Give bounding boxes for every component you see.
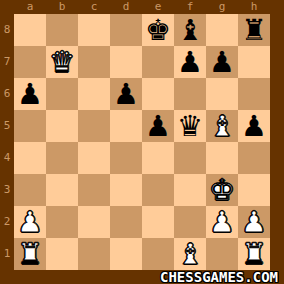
square-b1[interactable] [46,238,78,270]
square-e2[interactable] [142,206,174,238]
square-f6[interactable] [174,78,206,110]
square-f2[interactable] [174,206,206,238]
square-b6[interactable] [46,78,78,110]
square-f3[interactable] [174,174,206,206]
piece-black-pawn: ♟ [110,78,142,110]
rank-label-3: 3 [0,174,14,206]
rank-label-7: 7 [0,46,14,78]
square-d5[interactable] [110,110,142,142]
square-c3[interactable] [78,174,110,206]
piece-white-rook: ♜ [238,238,270,270]
square-c6[interactable] [78,78,110,110]
square-e6[interactable] [142,78,174,110]
rank-labels: 87654321 [0,14,14,270]
square-h5[interactable]: ♟ [238,110,270,142]
square-d6[interactable]: ♟ [110,78,142,110]
square-h7[interactable] [238,46,270,78]
square-g6[interactable] [206,78,238,110]
square-f5[interactable]: ♛ [174,110,206,142]
square-e1[interactable] [142,238,174,270]
piece-black-pawn: ♟ [238,110,270,142]
square-h1[interactable]: ♜ [238,238,270,270]
square-a1[interactable]: ♜ [14,238,46,270]
square-b3[interactable] [46,174,78,206]
square-b7[interactable]: ♛ [46,46,78,78]
rank-label-1: 1 [0,238,14,270]
piece-white-bishop: ♝ [206,110,238,142]
square-d3[interactable] [110,174,142,206]
square-h2[interactable]: ♟ [238,206,270,238]
square-e7[interactable] [142,46,174,78]
square-b5[interactable] [46,110,78,142]
square-c8[interactable] [78,14,110,46]
square-g8[interactable] [206,14,238,46]
square-g3[interactable]: ♚ [206,174,238,206]
square-c2[interactable] [78,206,110,238]
file-label-a: a [14,0,46,14]
square-f7[interactable]: ♟ [174,46,206,78]
square-a6[interactable]: ♟ [14,78,46,110]
file-labels: abcdefgh [14,0,270,14]
square-a7[interactable] [14,46,46,78]
piece-white-pawn: ♟ [238,206,270,238]
piece-white-pawn: ♟ [14,206,46,238]
square-d4[interactable] [110,142,142,174]
square-a2[interactable]: ♟ [14,206,46,238]
square-h3[interactable] [238,174,270,206]
piece-white-bishop: ♝ [174,238,206,270]
piece-black-rook: ♜ [238,14,270,46]
square-g1[interactable] [206,238,238,270]
file-label-b: b [46,0,78,14]
square-e4[interactable] [142,142,174,174]
rank-label-5: 5 [0,110,14,142]
square-b2[interactable] [46,206,78,238]
rank-label-6: 6 [0,78,14,110]
square-b4[interactable] [46,142,78,174]
square-h4[interactable] [238,142,270,174]
square-c7[interactable] [78,46,110,78]
square-g4[interactable] [206,142,238,174]
file-label-h: h [238,0,270,14]
square-h6[interactable] [238,78,270,110]
square-c5[interactable] [78,110,110,142]
square-a8[interactable] [14,14,46,46]
file-label-d: d [110,0,142,14]
piece-black-pawn: ♟ [14,78,46,110]
square-a4[interactable] [14,142,46,174]
piece-black-pawn: ♟ [206,46,238,78]
square-e8[interactable]: ♚ [142,14,174,46]
square-h8[interactable]: ♜ [238,14,270,46]
square-g2[interactable]: ♟ [206,206,238,238]
file-label-c: c [78,0,110,14]
square-c4[interactable] [78,142,110,174]
piece-black-bishop: ♝ [174,14,206,46]
rank-label-2: 2 [0,206,14,238]
square-g5[interactable]: ♝ [206,110,238,142]
square-e5[interactable]: ♟ [142,110,174,142]
piece-black-king: ♚ [142,14,174,46]
piece-white-pawn: ♟ [206,206,238,238]
piece-black-queen: ♛ [174,110,206,142]
square-a3[interactable] [14,174,46,206]
square-d8[interactable] [110,14,142,46]
square-e3[interactable] [142,174,174,206]
rank-label-4: 4 [0,142,14,174]
piece-black-pawn: ♟ [142,110,174,142]
square-g7[interactable]: ♟ [206,46,238,78]
chess-board: ♚♝♜♛♟♟♟♟♟♛♝♟♚♟♟♟♜♝♜ [14,14,270,270]
piece-white-king: ♚ [206,174,238,206]
square-b8[interactable] [46,14,78,46]
file-label-g: g [206,0,238,14]
file-label-e: e [142,0,174,14]
square-f8[interactable]: ♝ [174,14,206,46]
square-d2[interactable] [110,206,142,238]
file-label-f: f [174,0,206,14]
square-a5[interactable] [14,110,46,142]
square-c1[interactable] [78,238,110,270]
square-f1[interactable]: ♝ [174,238,206,270]
board-frame: abcdefgh 87654321 ♚♝♜♛♟♟♟♟♟♛♝♟♚♟♟♟♜♝♜ CH… [0,0,284,284]
square-f4[interactable] [174,142,206,174]
rank-label-8: 8 [0,14,14,46]
square-d1[interactable] [110,238,142,270]
square-d7[interactable] [110,46,142,78]
site-watermark: CHESSGAMES.COM [160,270,278,284]
piece-white-rook: ♜ [14,238,46,270]
piece-black-pawn: ♟ [174,46,206,78]
piece-white-queen: ♛ [46,46,78,78]
